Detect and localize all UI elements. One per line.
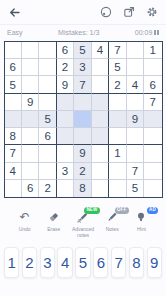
cell-r7c7[interactable]: 1 (109, 145, 126, 162)
back-arrow-icon (8, 6, 21, 19)
cell-r7c4[interactable] (57, 145, 74, 162)
cell-r9c8[interactable]: 5 (127, 180, 144, 197)
cell-r1c3[interactable] (39, 42, 56, 59)
back-button[interactable] (8, 6, 21, 19)
cell-r2c1[interactable]: 6 (5, 59, 22, 76)
numpad-key-9[interactable]: 9 (147, 247, 162, 278)
cell-r6c6[interactable] (92, 128, 109, 145)
numpad-key-5[interactable]: 5 (75, 247, 90, 278)
settings-button[interactable] (146, 6, 158, 18)
undo-button[interactable]: ↶ Undo (10, 210, 39, 232)
cell-r8c6[interactable] (92, 163, 109, 180)
svg-text:A: A (77, 218, 81, 224)
cell-r8c5[interactable]: 2 (74, 163, 91, 180)
notes-label: Notes (106, 226, 119, 232)
palette-button[interactable] (100, 6, 112, 18)
cell-r5c6[interactable] (92, 111, 109, 128)
advanced-notes-button[interactable]: A NEW Advanced notes (68, 210, 97, 238)
cell-r5c4[interactable] (57, 111, 74, 128)
cell-r4c9[interactable]: 7 (144, 94, 161, 111)
cell-r9c1[interactable] (5, 180, 22, 197)
cell-r3c1[interactable]: 5 (5, 76, 22, 93)
cell-r2c4[interactable]: 2 (57, 59, 74, 76)
cell-r9c7[interactable] (109, 180, 126, 197)
cell-r1c1[interactable] (5, 42, 22, 59)
advanced-notes-label: Advanced notes (68, 226, 97, 238)
cell-r7c5[interactable]: 9 (74, 145, 91, 162)
cell-r4c7[interactable] (109, 94, 126, 111)
cell-r5c2[interactable] (22, 111, 39, 128)
hint-label: Hint (137, 226, 146, 232)
cell-r1c5[interactable]: 5 (74, 42, 91, 59)
cell-r8c7[interactable] (109, 163, 126, 180)
mistakes-counter: Mistakes: 1/3 (23, 29, 135, 36)
settings-gear-icon (146, 6, 158, 18)
cell-r9c2[interactable]: 6 (22, 180, 39, 197)
cell-r7c6[interactable] (92, 145, 109, 162)
status-bar: Easy Mistakes: 1/3 00:09 (0, 24, 166, 40)
cell-r4c4[interactable] (57, 94, 74, 111)
cell-r7c2[interactable] (22, 145, 39, 162)
hint-badge: AD (147, 207, 159, 214)
cell-r1c6[interactable]: 4 (92, 42, 109, 59)
cell-r2c7[interactable]: 5 (109, 59, 126, 76)
cell-r3c5[interactable]: 7 (74, 76, 91, 93)
erase-label: Erase (47, 226, 60, 232)
notes-badge: OFF (115, 207, 130, 214)
cell-r5c9[interactable] (144, 111, 161, 128)
cell-r7c8[interactable] (127, 145, 144, 162)
cell-r4c1[interactable] (5, 94, 22, 111)
notes-button[interactable]: OFF Notes (98, 210, 127, 232)
difficulty-label: Easy (7, 29, 23, 36)
cell-r6c7[interactable] (109, 128, 126, 145)
advanced-notes-badge: NEW (84, 207, 100, 214)
palette-icon (100, 6, 112, 18)
numpad-key-2[interactable]: 2 (22, 247, 37, 278)
cell-r3c7[interactable]: 2 (109, 76, 126, 93)
cell-r3c2[interactable] (22, 76, 39, 93)
cell-r1c8[interactable] (127, 42, 144, 59)
numpad-key-6[interactable]: 6 (93, 247, 108, 278)
cell-r4c5[interactable] (74, 94, 91, 111)
cell-r5c7[interactable] (109, 111, 126, 128)
cell-r5c1[interactable] (5, 111, 22, 128)
hint-button[interactable]: AD Hint (127, 210, 156, 232)
cell-r9c9[interactable] (144, 180, 161, 197)
cell-r8c1[interactable]: 4 (5, 163, 22, 180)
cell-r4c6[interactable] (92, 94, 109, 111)
cell-r3c6[interactable] (92, 76, 109, 93)
cell-r4c3[interactable] (39, 94, 56, 111)
cell-r8c9[interactable] (144, 163, 161, 180)
cell-r1c4[interactable]: 6 (57, 42, 74, 59)
cell-r6c5[interactable] (74, 128, 91, 145)
numpad-key-8[interactable]: 8 (129, 247, 144, 278)
cell-r3c8[interactable]: 4 (127, 76, 144, 93)
cell-r7c9[interactable] (144, 145, 161, 162)
cell-r5c5[interactable] (74, 111, 91, 128)
erase-button[interactable]: Erase (39, 210, 68, 232)
pause-button[interactable] (154, 30, 159, 36)
cell-r4c2[interactable]: 9 (22, 94, 39, 111)
cell-r1c7[interactable]: 7 (109, 42, 126, 59)
cell-r1c9[interactable]: 1 (144, 42, 161, 59)
undo-label: Undo (19, 226, 31, 232)
cell-r8c3[interactable] (39, 163, 56, 180)
cell-r6c8[interactable] (127, 128, 144, 145)
numpad-key-7[interactable]: 7 (111, 247, 126, 278)
cell-r6c2[interactable] (22, 128, 39, 145)
cell-r8c8[interactable]: 7 (127, 163, 144, 180)
share-button[interactable] (123, 6, 135, 18)
cell-r5c8[interactable]: 9 (127, 111, 144, 128)
sudoku-board: 65471623559724697598679143276285 (4, 41, 163, 198)
numpad-key-3[interactable]: 3 (40, 247, 55, 278)
cell-r7c3[interactable] (39, 145, 56, 162)
cell-r6c1[interactable]: 8 (5, 128, 22, 145)
cell-r2c3[interactable] (39, 59, 56, 76)
eraser-icon (47, 210, 61, 224)
toolbar: ↶ Undo Erase A NEW Advanced notes (0, 210, 166, 238)
cell-r3c4[interactable]: 9 (57, 76, 74, 93)
cell-r2c2[interactable] (22, 59, 39, 76)
cell-r9c5[interactable]: 8 (74, 180, 91, 197)
cell-r6c3[interactable]: 6 (39, 128, 56, 145)
undo-arrow-icon: ↶ (20, 211, 30, 223)
cell-r1c2[interactable] (22, 42, 39, 59)
cell-r7c1[interactable]: 7 (5, 145, 22, 162)
numpad: 123456789 (0, 247, 166, 278)
cell-r8c2[interactable] (22, 163, 39, 180)
cell-r9c6[interactable] (92, 180, 109, 197)
numpad-key-4[interactable]: 4 (57, 247, 72, 278)
cell-r6c4[interactable] (57, 128, 74, 145)
share-icon (123, 6, 135, 18)
top-bar (0, 0, 166, 24)
cell-r2c6[interactable] (92, 59, 109, 76)
lightbulb-icon (134, 210, 148, 224)
cell-r3c3[interactable] (39, 76, 56, 93)
cell-r8c4[interactable]: 3 (57, 163, 74, 180)
cell-r6c9[interactable] (144, 128, 161, 145)
cell-r2c5[interactable]: 3 (74, 59, 91, 76)
cell-r2c9[interactable] (144, 59, 161, 76)
cell-r5c3[interactable]: 5 (39, 111, 56, 128)
cell-r2c8[interactable] (127, 59, 144, 76)
cell-r9c4[interactable] (57, 180, 74, 197)
cell-r3c9[interactable]: 6 (144, 76, 161, 93)
cell-r4c8[interactable] (127, 94, 144, 111)
numpad-key-1[interactable]: 1 (4, 247, 19, 278)
timer: 00:09 (135, 29, 153, 36)
cell-r9c3[interactable]: 2 (39, 180, 56, 197)
